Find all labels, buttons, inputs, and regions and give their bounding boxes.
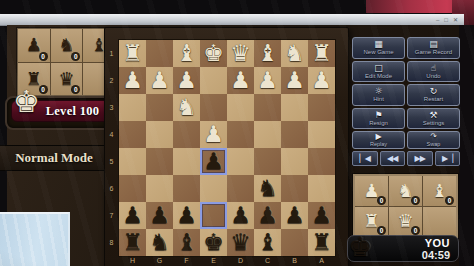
square-a3[interactable]: [308, 94, 335, 121]
square-c1[interactable]: ♝: [254, 40, 281, 67]
tray-cell-empty: [423, 207, 456, 237]
file-label: E: [200, 255, 227, 266]
engine-level-label: Level 100: [46, 104, 100, 119]
square-b8[interactable]: [281, 229, 308, 256]
square-b4[interactable]: [281, 121, 308, 148]
square-g6[interactable]: [146, 175, 173, 202]
tray-cell-black-knight: ♞0: [51, 29, 83, 62]
rank-label: 7: [104, 202, 119, 229]
square-f7[interactable]: ♟: [173, 202, 200, 229]
square-a5[interactable]: [308, 148, 335, 175]
tray-cell-white-knight: ♞0: [389, 176, 422, 206]
button-label: Undo: [426, 73, 440, 80]
square-a8[interactable]: ♜: [308, 229, 335, 256]
white-knight[interactable]: ♞: [281, 40, 308, 67]
square-d1[interactable]: ♛: [227, 40, 254, 67]
square-f2[interactable]: ♟: [173, 67, 200, 94]
square-e4[interactable]: ♟: [200, 121, 227, 148]
white-rook[interactable]: ♜: [119, 40, 146, 67]
swap-icon: ↷: [430, 133, 437, 141]
square-d8[interactable]: ♛: [227, 229, 254, 256]
screen-photo: –□✕ ♟0♞0♝0♜0♛0 Level 100 ♚ Normal Mode 1…: [0, 0, 474, 266]
button-label: Hint: [373, 96, 384, 103]
file-label: C: [254, 255, 281, 266]
black-king-icon: ♚: [348, 233, 372, 260]
game-mode-label: Normal Mode: [15, 150, 93, 166]
square-h5[interactable]: [119, 148, 146, 175]
tray-cell-white-bishop: ♝0: [423, 176, 456, 206]
black-pawn[interactable]: ♟: [119, 202, 146, 229]
button-label: New Game: [363, 49, 393, 56]
resign-flag-icon: ⚑: [374, 110, 382, 120]
square-f3[interactable]: ♞: [173, 94, 200, 121]
black-knight[interactable]: ♞: [146, 229, 173, 256]
square-e6[interactable]: [200, 175, 227, 202]
square-e5[interactable]: ♟: [200, 148, 227, 175]
black-pawn[interactable]: ♟: [281, 202, 308, 229]
square-c7[interactable]: ♟: [254, 202, 281, 229]
window-controls: –□✕: [436, 14, 458, 25]
square-b5[interactable]: [281, 148, 308, 175]
square-h4[interactable]: [119, 121, 146, 148]
black-king[interactable]: ♚: [200, 229, 227, 256]
tray-cell-black-pawn: ♟0: [18, 29, 50, 62]
new-game-button[interactable]: ▦New Game: [352, 37, 405, 59]
square-b1[interactable]: ♞: [281, 40, 308, 67]
square-c2[interactable]: ♟: [254, 67, 281, 94]
square-a6[interactable]: [308, 175, 335, 202]
chess-board[interactable]: ♜♝♚♛♝♞♜♟♟♟♟♟♟♟♞♟♟♞♟♟♟♟♟♟♟♜♞♝♚♛♝♜: [119, 40, 335, 256]
file-label: A: [308, 255, 335, 266]
button-label: Game Record: [415, 49, 452, 56]
game-record-icon: ▤: [429, 39, 438, 49]
background-window[interactable]: [0, 212, 70, 266]
button-label: Swap: [427, 141, 441, 147]
replay-button[interactable]: ▶Replay: [352, 131, 405, 149]
game-record-button[interactable]: ▤Game Record: [407, 37, 460, 59]
captured-count: 0: [71, 85, 80, 94]
white-pawn[interactable]: ♟: [173, 67, 200, 94]
step-back-button[interactable]: ◀◀: [380, 151, 406, 166]
black-rook[interactable]: ♜: [119, 229, 146, 256]
restart-button[interactable]: ↻Restart: [407, 84, 460, 106]
square-g1[interactable]: [146, 40, 173, 67]
square-h7[interactable]: ♟: [119, 202, 146, 229]
white-pawn[interactable]: ♟: [146, 67, 173, 94]
square-g7[interactable]: ♟: [146, 202, 173, 229]
undo-hand-icon: ☝: [431, 63, 436, 73]
black-bishop[interactable]: ♝: [254, 229, 281, 256]
rank-label: 6: [104, 175, 119, 202]
square-e1[interactable]: ♚: [200, 40, 227, 67]
square-d3[interactable]: [227, 94, 254, 121]
square-g8[interactable]: ♞: [146, 229, 173, 256]
square-f4[interactable]: [173, 121, 200, 148]
square-d5[interactable]: [227, 148, 254, 175]
white-rook[interactable]: ♜: [308, 40, 335, 67]
file-label: F: [173, 255, 200, 266]
white-bishop[interactable]: ♝: [173, 40, 200, 67]
tray-cell-white-queen: ♛0: [389, 207, 422, 237]
settings-tools-icon: ⚒: [429, 110, 437, 120]
white-knight[interactable]: ♞: [173, 94, 200, 121]
button-label: Edit Mode: [365, 73, 392, 80]
square-f6[interactable]: [173, 175, 200, 202]
square-c8[interactable]: ♝: [254, 229, 281, 256]
tray-cell-white-pawn: ♟0: [355, 176, 388, 206]
step-forward-button[interactable]: ▶▶: [407, 151, 433, 166]
square-f8[interactable]: ♝: [173, 229, 200, 256]
white-bishop[interactable]: ♝: [254, 40, 281, 67]
skip-to-start-button[interactable]: ▏◀: [352, 151, 378, 166]
captured-count: 0: [377, 226, 386, 235]
white-king[interactable]: ♚: [200, 40, 227, 67]
white-pawn[interactable]: ♟: [200, 121, 227, 148]
black-pawn[interactable]: ♟: [227, 202, 254, 229]
square-g2[interactable]: ♟: [146, 67, 173, 94]
square-e3[interactable]: [200, 94, 227, 121]
new-game-icon: ▦: [374, 39, 383, 49]
minimize-icon[interactable]: –: [436, 17, 439, 23]
square-h1[interactable]: ♜: [119, 40, 146, 67]
square-a2[interactable]: ♟: [308, 67, 335, 94]
player-time: 04:59: [422, 249, 450, 261]
resign-button[interactable]: ⚑Resign: [352, 108, 405, 130]
black-pawn[interactable]: ♟: [173, 202, 200, 229]
captured-count: 0: [39, 52, 48, 61]
captured-pieces-tray-white: ♟0♞0♝0♜0♛0: [353, 174, 458, 238]
square-a4[interactable]: [308, 121, 335, 148]
square-h6[interactable]: [119, 175, 146, 202]
settings-button[interactable]: ⚒Settings: [407, 108, 460, 130]
button-label: Restart: [424, 96, 443, 103]
edit-mode-icon: □: [374, 63, 383, 73]
white-king-icon: ♚: [13, 87, 40, 117]
white-pawn[interactable]: ♟: [119, 67, 146, 94]
rank-label: 4: [104, 121, 119, 148]
black-pawn[interactable]: ♟: [146, 202, 173, 229]
menu-button-grid: ▦New Game▤Game Record□Edit Mode☝Undo☼Hin…: [352, 37, 460, 129]
rank-label: 8: [104, 229, 119, 256]
skip-to-end-button[interactable]: ▶▕: [435, 151, 461, 166]
white-pawn[interactable]: ♟: [227, 67, 254, 94]
square-a1[interactable]: ♜: [308, 40, 335, 67]
black-bishop[interactable]: ♝: [173, 229, 200, 256]
button-label: Settings: [423, 120, 445, 127]
black-knight-icon: ♞: [58, 36, 74, 54]
square-e2[interactable]: [200, 67, 227, 94]
black-pawn[interactable]: ♟: [254, 202, 281, 229]
rank-label: 2: [104, 67, 119, 94]
rank-label: 5: [104, 148, 119, 175]
captured-count: 0: [411, 226, 420, 235]
black-pawn[interactable]: ♟: [200, 148, 227, 175]
captured-count: 0: [411, 196, 420, 205]
square-g4[interactable]: [146, 121, 173, 148]
square-g3[interactable]: [146, 94, 173, 121]
file-label: G: [146, 255, 173, 266]
replay-icon: ▶: [375, 133, 381, 141]
hint-bulb-icon: ☼: [374, 86, 382, 96]
square-c5[interactable]: [254, 148, 281, 175]
square-d7[interactable]: ♟: [227, 202, 254, 229]
maximize-icon[interactable]: □: [444, 17, 448, 23]
square-c6[interactable]: ♞: [254, 175, 281, 202]
white-queen[interactable]: ♛: [227, 40, 254, 67]
secondary-button-row: ▶Replay↷Swap: [352, 131, 460, 149]
button-label: Resign: [369, 120, 388, 127]
square-b3[interactable]: [281, 94, 308, 121]
square-b6[interactable]: [281, 175, 308, 202]
white-pawn[interactable]: ♟: [254, 67, 281, 94]
edit-mode-button[interactable]: □Edit Mode: [352, 61, 405, 83]
close-icon[interactable]: ✕: [453, 17, 458, 23]
square-f1[interactable]: ♝: [173, 40, 200, 67]
square-d4[interactable]: [227, 121, 254, 148]
square-c4[interactable]: [254, 121, 281, 148]
white-pawn[interactable]: ♟: [308, 67, 335, 94]
tray-cell-black-queen: ♛0: [51, 63, 83, 96]
button-label: Replay: [370, 141, 387, 147]
black-queen[interactable]: ♛: [227, 229, 254, 256]
square-h3[interactable]: [119, 94, 146, 121]
rank-label: 3: [104, 94, 119, 121]
file-label: D: [227, 255, 254, 266]
screen-edge-shadow: [459, 25, 474, 266]
captured-count: 0: [71, 52, 80, 61]
square-b7[interactable]: ♟: [281, 202, 308, 229]
file-label: B: [281, 255, 308, 266]
square-f5[interactable]: [173, 148, 200, 175]
white-pawn[interactable]: ♟: [281, 67, 308, 94]
square-e8[interactable]: ♚: [200, 229, 227, 256]
square-d6[interactable]: [227, 175, 254, 202]
square-e7[interactable]: [200, 202, 227, 229]
square-h2[interactable]: ♟: [119, 67, 146, 94]
square-g5[interactable]: [146, 148, 173, 175]
hint-button[interactable]: ☼Hint: [352, 84, 405, 106]
square-h8[interactable]: ♜: [119, 229, 146, 256]
captured-count: 0: [377, 196, 386, 205]
player-name: YOU: [425, 237, 450, 249]
game-mode-strip: Normal Mode: [0, 145, 108, 171]
swap-button[interactable]: ↷Swap: [407, 131, 460, 149]
undo-button[interactable]: ☝Undo: [407, 61, 460, 83]
rank-labels: 12345678: [104, 40, 119, 256]
black-knight[interactable]: ♞: [254, 175, 281, 202]
restart-icon: ↻: [430, 86, 438, 96]
square-c3[interactable]: [254, 94, 281, 121]
file-labels: HGFEDCBA: [119, 255, 335, 266]
captured-count: 0: [39, 85, 48, 94]
square-b2[interactable]: ♟: [281, 67, 308, 94]
file-label: H: [119, 255, 146, 266]
square-a7[interactable]: ♟: [308, 202, 335, 229]
black-pawn-icon: ♟: [26, 36, 42, 54]
square-d2[interactable]: ♟: [227, 67, 254, 94]
black-pawn[interactable]: ♟: [308, 202, 335, 229]
captured-count: 0: [445, 196, 454, 205]
playback-controls: ▏◀◀◀▶▶▶▕: [352, 151, 460, 166]
rank-label: 1: [104, 40, 119, 67]
black-rook[interactable]: ♜: [308, 229, 335, 256]
